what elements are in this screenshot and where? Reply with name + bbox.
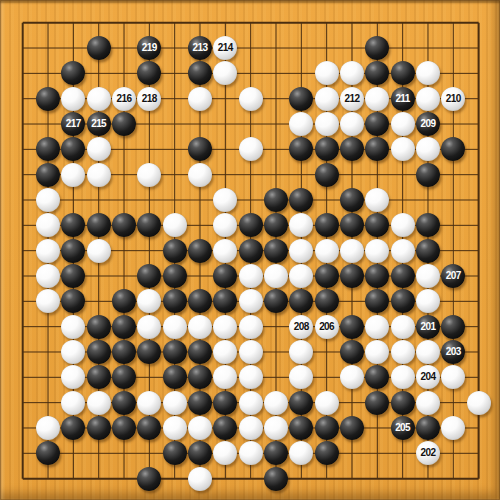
- intersection[interactable]: [441, 415, 466, 440]
- intersection[interactable]: [263, 466, 288, 491]
- intersection[interactable]: [415, 415, 440, 440]
- intersection[interactable]: [10, 61, 35, 86]
- intersection[interactable]: [365, 289, 390, 314]
- intersection[interactable]: 215: [86, 111, 111, 136]
- intersection[interactable]: [263, 238, 288, 263]
- intersection[interactable]: [187, 339, 212, 364]
- intersection[interactable]: [263, 339, 288, 364]
- intersection[interactable]: [466, 466, 491, 491]
- intersection[interactable]: [314, 213, 339, 238]
- intersection[interactable]: [339, 263, 364, 288]
- intersection[interactable]: [10, 466, 35, 491]
- intersection[interactable]: [137, 137, 162, 162]
- intersection[interactable]: [314, 61, 339, 86]
- intersection[interactable]: [289, 263, 314, 288]
- intersection[interactable]: [466, 365, 491, 390]
- intersection[interactable]: [86, 441, 111, 466]
- intersection[interactable]: [365, 187, 390, 212]
- intersection[interactable]: [162, 61, 187, 86]
- intersection[interactable]: [238, 238, 263, 263]
- intersection[interactable]: [162, 365, 187, 390]
- intersection[interactable]: [111, 61, 136, 86]
- intersection[interactable]: [390, 213, 415, 238]
- intersection[interactable]: [238, 365, 263, 390]
- intersection[interactable]: [187, 61, 212, 86]
- intersection[interactable]: [466, 390, 491, 415]
- intersection[interactable]: [187, 441, 212, 466]
- intersection[interactable]: [415, 238, 440, 263]
- intersection[interactable]: [213, 466, 238, 491]
- intersection[interactable]: 201: [415, 314, 440, 339]
- intersection[interactable]: [441, 314, 466, 339]
- intersection[interactable]: [365, 137, 390, 162]
- intersection[interactable]: [390, 314, 415, 339]
- intersection[interactable]: [10, 415, 35, 440]
- intersection[interactable]: [263, 162, 288, 187]
- intersection[interactable]: [339, 35, 364, 60]
- intersection[interactable]: [390, 466, 415, 491]
- intersection[interactable]: [238, 137, 263, 162]
- intersection[interactable]: [314, 162, 339, 187]
- intersection[interactable]: [111, 111, 136, 136]
- intersection[interactable]: [61, 314, 86, 339]
- intersection[interactable]: [466, 314, 491, 339]
- intersection[interactable]: [289, 415, 314, 440]
- intersection[interactable]: [137, 10, 162, 35]
- intersection[interactable]: [35, 390, 60, 415]
- intersection[interactable]: [314, 441, 339, 466]
- intersection[interactable]: [213, 263, 238, 288]
- intersection[interactable]: [35, 289, 60, 314]
- intersection[interactable]: [10, 10, 35, 35]
- intersection[interactable]: [35, 61, 60, 86]
- intersection[interactable]: [187, 137, 212, 162]
- intersection[interactable]: [86, 162, 111, 187]
- intersection[interactable]: [415, 390, 440, 415]
- intersection[interactable]: [137, 263, 162, 288]
- intersection[interactable]: [213, 61, 238, 86]
- intersection[interactable]: [365, 111, 390, 136]
- intersection[interactable]: [86, 339, 111, 364]
- intersection[interactable]: 205: [390, 415, 415, 440]
- intersection[interactable]: [61, 86, 86, 111]
- intersection[interactable]: [111, 314, 136, 339]
- intersection[interactable]: [111, 289, 136, 314]
- intersection[interactable]: [162, 213, 187, 238]
- intersection[interactable]: [162, 86, 187, 111]
- intersection[interactable]: [10, 390, 35, 415]
- intersection[interactable]: [10, 339, 35, 364]
- intersection[interactable]: [162, 137, 187, 162]
- intersection[interactable]: [263, 314, 288, 339]
- intersection[interactable]: [314, 35, 339, 60]
- intersection[interactable]: [162, 339, 187, 364]
- intersection[interactable]: [415, 466, 440, 491]
- intersection[interactable]: 218: [137, 86, 162, 111]
- intersection[interactable]: [289, 339, 314, 364]
- intersection[interactable]: [441, 137, 466, 162]
- intersection[interactable]: [289, 35, 314, 60]
- intersection[interactable]: [263, 111, 288, 136]
- intersection[interactable]: [415, 10, 440, 35]
- intersection[interactable]: [314, 86, 339, 111]
- intersection[interactable]: [263, 365, 288, 390]
- intersection[interactable]: [35, 187, 60, 212]
- intersection[interactable]: [263, 441, 288, 466]
- intersection[interactable]: [238, 289, 263, 314]
- intersection[interactable]: [263, 187, 288, 212]
- intersection[interactable]: [187, 289, 212, 314]
- intersection[interactable]: [10, 86, 35, 111]
- intersection[interactable]: [61, 390, 86, 415]
- intersection[interactable]: [162, 10, 187, 35]
- intersection[interactable]: [365, 466, 390, 491]
- intersection[interactable]: [35, 365, 60, 390]
- intersection[interactable]: [10, 213, 35, 238]
- intersection[interactable]: [86, 415, 111, 440]
- intersection[interactable]: [162, 466, 187, 491]
- intersection[interactable]: [238, 390, 263, 415]
- intersection[interactable]: [263, 137, 288, 162]
- intersection[interactable]: [35, 111, 60, 136]
- intersection[interactable]: [415, 86, 440, 111]
- intersection[interactable]: [111, 415, 136, 440]
- intersection[interactable]: 212: [339, 86, 364, 111]
- intersection[interactable]: [162, 441, 187, 466]
- intersection[interactable]: [466, 10, 491, 35]
- intersection[interactable]: [466, 339, 491, 364]
- intersection[interactable]: [187, 390, 212, 415]
- intersection[interactable]: [162, 390, 187, 415]
- intersection[interactable]: [466, 86, 491, 111]
- intersection[interactable]: [187, 111, 212, 136]
- intersection[interactable]: [35, 339, 60, 364]
- intersection[interactable]: [86, 390, 111, 415]
- intersection[interactable]: [187, 415, 212, 440]
- intersection[interactable]: [365, 35, 390, 60]
- intersection[interactable]: [111, 390, 136, 415]
- intersection[interactable]: [213, 238, 238, 263]
- intersection[interactable]: [263, 10, 288, 35]
- intersection[interactable]: [415, 289, 440, 314]
- intersection[interactable]: [238, 466, 263, 491]
- intersection[interactable]: 202: [415, 441, 440, 466]
- intersection[interactable]: [441, 187, 466, 212]
- intersection[interactable]: [86, 263, 111, 288]
- intersection[interactable]: [365, 162, 390, 187]
- intersection[interactable]: [111, 10, 136, 35]
- intersection[interactable]: [390, 61, 415, 86]
- intersection[interactable]: [61, 263, 86, 288]
- intersection[interactable]: [314, 415, 339, 440]
- intersection[interactable]: [339, 111, 364, 136]
- intersection[interactable]: [162, 238, 187, 263]
- intersection[interactable]: [10, 111, 35, 136]
- intersection[interactable]: [238, 111, 263, 136]
- intersection[interactable]: [137, 466, 162, 491]
- intersection[interactable]: [289, 441, 314, 466]
- intersection[interactable]: [415, 339, 440, 364]
- intersection[interactable]: [441, 213, 466, 238]
- intersection[interactable]: 204: [415, 365, 440, 390]
- intersection[interactable]: [390, 35, 415, 60]
- intersection[interactable]: [441, 289, 466, 314]
- intersection[interactable]: [162, 263, 187, 288]
- intersection[interactable]: [86, 238, 111, 263]
- intersection[interactable]: [61, 35, 86, 60]
- intersection[interactable]: [137, 187, 162, 212]
- intersection[interactable]: [137, 238, 162, 263]
- intersection[interactable]: [415, 61, 440, 86]
- intersection[interactable]: [365, 415, 390, 440]
- intersection[interactable]: [10, 365, 35, 390]
- intersection[interactable]: [162, 111, 187, 136]
- intersection[interactable]: [263, 263, 288, 288]
- intersection[interactable]: [238, 415, 263, 440]
- intersection[interactable]: [61, 213, 86, 238]
- intersection[interactable]: [187, 86, 212, 111]
- intersection[interactable]: [314, 111, 339, 136]
- intersection[interactable]: [238, 187, 263, 212]
- intersection[interactable]: [213, 111, 238, 136]
- intersection[interactable]: [213, 390, 238, 415]
- intersection[interactable]: [441, 466, 466, 491]
- intersection[interactable]: [187, 10, 212, 35]
- intersection[interactable]: [86, 137, 111, 162]
- intersection[interactable]: [111, 263, 136, 288]
- intersection[interactable]: [415, 35, 440, 60]
- intersection[interactable]: [441, 10, 466, 35]
- intersection[interactable]: [314, 365, 339, 390]
- intersection[interactable]: [390, 162, 415, 187]
- intersection[interactable]: [314, 289, 339, 314]
- intersection[interactable]: [61, 365, 86, 390]
- intersection[interactable]: [289, 213, 314, 238]
- intersection[interactable]: [390, 390, 415, 415]
- intersection[interactable]: [289, 10, 314, 35]
- intersection[interactable]: [213, 339, 238, 364]
- intersection[interactable]: [187, 263, 212, 288]
- intersection[interactable]: [111, 137, 136, 162]
- intersection[interactable]: [35, 314, 60, 339]
- intersection[interactable]: [61, 238, 86, 263]
- intersection[interactable]: [213, 86, 238, 111]
- intersection[interactable]: [35, 213, 60, 238]
- intersection[interactable]: [314, 10, 339, 35]
- intersection[interactable]: [263, 213, 288, 238]
- intersection[interactable]: [415, 187, 440, 212]
- intersection[interactable]: [213, 187, 238, 212]
- intersection[interactable]: [187, 314, 212, 339]
- intersection[interactable]: [466, 137, 491, 162]
- intersection[interactable]: [86, 289, 111, 314]
- intersection[interactable]: [390, 339, 415, 364]
- intersection[interactable]: [415, 213, 440, 238]
- intersection[interactable]: [365, 441, 390, 466]
- intersection[interactable]: [238, 339, 263, 364]
- intersection[interactable]: [10, 238, 35, 263]
- intersection[interactable]: [111, 213, 136, 238]
- intersection[interactable]: [441, 238, 466, 263]
- intersection[interactable]: [466, 289, 491, 314]
- intersection[interactable]: [314, 137, 339, 162]
- intersection[interactable]: [238, 86, 263, 111]
- intersection[interactable]: [314, 390, 339, 415]
- intersection[interactable]: [365, 238, 390, 263]
- intersection[interactable]: [289, 289, 314, 314]
- intersection[interactable]: [339, 238, 364, 263]
- intersection[interactable]: [466, 415, 491, 440]
- intersection[interactable]: [289, 162, 314, 187]
- intersection[interactable]: [365, 86, 390, 111]
- intersection[interactable]: [213, 365, 238, 390]
- intersection[interactable]: [137, 111, 162, 136]
- intersection[interactable]: [339, 289, 364, 314]
- intersection[interactable]: [365, 365, 390, 390]
- intersection[interactable]: [314, 263, 339, 288]
- intersection[interactable]: 217: [61, 111, 86, 136]
- intersection[interactable]: [339, 441, 364, 466]
- intersection[interactable]: [10, 35, 35, 60]
- intersection[interactable]: [441, 35, 466, 60]
- intersection[interactable]: [10, 162, 35, 187]
- intersection[interactable]: [187, 187, 212, 212]
- intersection[interactable]: [466, 263, 491, 288]
- intersection[interactable]: [390, 365, 415, 390]
- intersection[interactable]: [111, 365, 136, 390]
- intersection[interactable]: [61, 10, 86, 35]
- intersection[interactable]: [441, 441, 466, 466]
- intersection[interactable]: [111, 466, 136, 491]
- intersection[interactable]: [289, 61, 314, 86]
- intersection[interactable]: [137, 365, 162, 390]
- intersection[interactable]: [314, 466, 339, 491]
- intersection[interactable]: [365, 10, 390, 35]
- intersection[interactable]: [137, 441, 162, 466]
- intersection[interactable]: [415, 263, 440, 288]
- intersection[interactable]: [111, 339, 136, 364]
- intersection[interactable]: [10, 441, 35, 466]
- intersection[interactable]: [365, 61, 390, 86]
- intersection[interactable]: [61, 61, 86, 86]
- intersection[interactable]: 206: [314, 314, 339, 339]
- intersection[interactable]: [314, 187, 339, 212]
- intersection[interactable]: [187, 466, 212, 491]
- intersection[interactable]: [339, 466, 364, 491]
- intersection[interactable]: [137, 213, 162, 238]
- intersection[interactable]: [390, 10, 415, 35]
- intersection[interactable]: [35, 466, 60, 491]
- intersection[interactable]: 214: [213, 35, 238, 60]
- intersection[interactable]: [213, 289, 238, 314]
- intersection[interactable]: [137, 289, 162, 314]
- intersection[interactable]: [263, 289, 288, 314]
- intersection[interactable]: [365, 213, 390, 238]
- intersection[interactable]: [86, 365, 111, 390]
- intersection[interactable]: [289, 466, 314, 491]
- intersection[interactable]: [187, 238, 212, 263]
- intersection[interactable]: [162, 415, 187, 440]
- intersection[interactable]: [35, 137, 60, 162]
- intersection[interactable]: [339, 61, 364, 86]
- intersection[interactable]: 207: [441, 263, 466, 288]
- intersection[interactable]: [238, 10, 263, 35]
- intersection[interactable]: [289, 238, 314, 263]
- intersection[interactable]: [263, 35, 288, 60]
- intersection[interactable]: [162, 35, 187, 60]
- intersection[interactable]: [213, 137, 238, 162]
- intersection[interactable]: [137, 61, 162, 86]
- intersection[interactable]: [111, 441, 136, 466]
- intersection[interactable]: [35, 415, 60, 440]
- intersection[interactable]: [35, 10, 60, 35]
- intersection[interactable]: 208: [289, 314, 314, 339]
- intersection[interactable]: [289, 187, 314, 212]
- intersection[interactable]: [86, 61, 111, 86]
- intersection[interactable]: [10, 263, 35, 288]
- intersection[interactable]: [339, 314, 364, 339]
- intersection[interactable]: [61, 415, 86, 440]
- intersection[interactable]: [390, 441, 415, 466]
- intersection[interactable]: [187, 365, 212, 390]
- intersection[interactable]: [10, 289, 35, 314]
- intersection[interactable]: [466, 61, 491, 86]
- intersection[interactable]: [238, 61, 263, 86]
- intersection[interactable]: [111, 162, 136, 187]
- intersection[interactable]: [137, 314, 162, 339]
- intersection[interactable]: [111, 187, 136, 212]
- intersection[interactable]: [390, 289, 415, 314]
- intersection[interactable]: [339, 415, 364, 440]
- intersection[interactable]: [339, 365, 364, 390]
- intersection[interactable]: [339, 162, 364, 187]
- intersection[interactable]: [137, 415, 162, 440]
- intersection[interactable]: [61, 162, 86, 187]
- intersection[interactable]: [10, 187, 35, 212]
- intersection[interactable]: [35, 35, 60, 60]
- intersection[interactable]: [390, 238, 415, 263]
- intersection[interactable]: 210: [441, 86, 466, 111]
- intersection[interactable]: [441, 365, 466, 390]
- intersection[interactable]: [314, 339, 339, 364]
- intersection[interactable]: [86, 466, 111, 491]
- intersection[interactable]: 216: [111, 86, 136, 111]
- intersection[interactable]: 203: [441, 339, 466, 364]
- intersection[interactable]: [365, 339, 390, 364]
- intersection[interactable]: [61, 289, 86, 314]
- intersection[interactable]: [238, 441, 263, 466]
- intersection[interactable]: [339, 339, 364, 364]
- intersection[interactable]: [466, 441, 491, 466]
- intersection[interactable]: [263, 390, 288, 415]
- intersection[interactable]: [466, 213, 491, 238]
- intersection[interactable]: [339, 187, 364, 212]
- intersection[interactable]: [466, 187, 491, 212]
- intersection[interactable]: [289, 86, 314, 111]
- intersection[interactable]: [390, 111, 415, 136]
- intersection[interactable]: [365, 390, 390, 415]
- intersection[interactable]: [35, 441, 60, 466]
- intersection[interactable]: [86, 187, 111, 212]
- intersection[interactable]: [213, 314, 238, 339]
- intersection[interactable]: [35, 238, 60, 263]
- intersection[interactable]: [390, 263, 415, 288]
- intersection[interactable]: [263, 61, 288, 86]
- intersection[interactable]: [187, 213, 212, 238]
- intersection[interactable]: [238, 162, 263, 187]
- intersection[interactable]: [441, 390, 466, 415]
- intersection[interactable]: [238, 263, 263, 288]
